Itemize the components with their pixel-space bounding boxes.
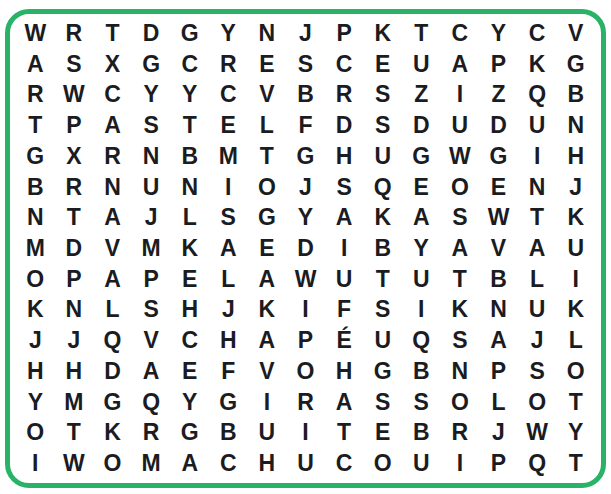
grid-cell[interactable]: J [55,325,94,356]
grid-cell[interactable]: H [556,141,595,172]
grid-cell[interactable]: E [479,172,518,203]
grid-cell[interactable]: F [325,295,364,326]
grid-cell[interactable]: V [248,356,287,387]
grid-cell[interactable]: G [170,418,209,449]
grid-cell[interactable]: C [170,325,209,356]
grid-cell[interactable]: Z [479,79,518,110]
grid-cell[interactable]: R [441,418,480,449]
grid-cell[interactable]: L [518,264,557,295]
grid-cell[interactable]: É [325,325,364,356]
grid-cell[interactable]: C [325,49,364,80]
grid-cell[interactable]: N [556,110,595,141]
grid-cell[interactable]: I [518,141,557,172]
grid-cell[interactable]: B [402,356,441,387]
grid-cell[interactable]: T [556,387,595,418]
grid-cell[interactable]: C [209,79,248,110]
grid-cell[interactable]: D [479,110,518,141]
grid-cell[interactable]: A [325,387,364,418]
grid-cell[interactable]: E [248,233,287,264]
grid-cell[interactable]: U [518,110,557,141]
grid-cell[interactable]: Q [518,448,557,479]
grid-cell[interactable]: C [518,18,557,49]
grid-cell[interactable]: G [16,141,55,172]
grid-cell[interactable]: N [55,295,94,326]
grid-cell[interactable]: G [556,49,595,80]
grid-cell[interactable]: Q [132,387,171,418]
grid-cell[interactable]: A [170,448,209,479]
grid-cell[interactable]: K [93,418,132,449]
grid-cell[interactable]: E [248,49,287,80]
grid-cell[interactable]: S [441,325,480,356]
grid-cell[interactable]: W [479,202,518,233]
grid-cell[interactable]: U [286,448,325,479]
grid-cell[interactable]: T [325,418,364,449]
grid-cell[interactable]: K [363,18,402,49]
grid-cell[interactable]: X [55,141,94,172]
grid-cell[interactable]: A [325,202,364,233]
grid-cell[interactable]: E [209,110,248,141]
grid-cell[interactable]: Y [132,79,171,110]
grid-cell[interactable]: D [402,110,441,141]
grid-cell[interactable]: S [363,79,402,110]
grid-cell[interactable]: R [55,172,94,203]
grid-cell[interactable]: W [518,418,557,449]
grid-cell[interactable]: O [286,356,325,387]
grid-cell[interactable]: J [286,172,325,203]
grid-cell[interactable]: A [248,264,287,295]
grid-cell[interactable]: J [16,325,55,356]
grid-cell[interactable]: O [248,172,287,203]
grid-cell[interactable]: Y [209,18,248,49]
grid-cell[interactable]: U [325,264,364,295]
grid-cell[interactable]: T [93,18,132,49]
grid-cell[interactable]: Q [518,79,557,110]
grid-cell[interactable]: C [93,79,132,110]
grid-cell[interactable]: M [132,448,171,479]
grid-cell[interactable]: W [55,79,94,110]
grid-cell[interactable]: R [209,49,248,80]
grid-cell[interactable]: U [556,233,595,264]
grid-cell[interactable]: N [132,141,171,172]
grid-cell[interactable]: L [170,202,209,233]
grid-cell[interactable]: J [286,18,325,49]
grid-cell[interactable]: A [209,233,248,264]
grid-cell[interactable]: O [556,356,595,387]
grid-cell[interactable]: L [93,295,132,326]
grid-cell[interactable]: I [209,172,248,203]
grid-cell[interactable]: F [209,356,248,387]
grid-cell[interactable]: K [248,295,287,326]
grid-cell[interactable]: O [16,264,55,295]
grid-cell[interactable]: T [556,448,595,479]
grid-cell[interactable]: P [479,356,518,387]
grid-cell[interactable]: I [286,295,325,326]
grid-cell[interactable]: T [363,264,402,295]
grid-cell[interactable]: A [441,233,480,264]
grid-cell[interactable]: Q [402,325,441,356]
word-search-screenshot: WRTDGYNJPKTCYCVASXGCRESCEUAPKGRWCYYCVBRS… [0,0,611,494]
grid-cell[interactable]: F [286,110,325,141]
grid-cell[interactable]: H [16,356,55,387]
board-frame: WRTDGYNJPKTCYCVASXGCRESCEUAPKGRWCYYCVBRS… [5,9,606,488]
grid-cell[interactable]: Y [556,418,595,449]
grid-cell[interactable]: T [55,202,94,233]
grid-cell[interactable]: G [209,387,248,418]
grid-cell[interactable]: L [556,325,595,356]
grid-cell[interactable]: T [55,418,94,449]
grid-cell[interactable]: I [16,448,55,479]
grid-cell[interactable]: G [170,18,209,49]
grid-cell[interactable]: C [441,18,480,49]
grid-cell[interactable]: I [248,387,287,418]
grid-cell[interactable]: W [16,18,55,49]
grid-cell[interactable]: A [93,110,132,141]
grid-cell[interactable]: U [363,325,402,356]
grid-cell[interactable]: W [441,141,480,172]
grid-cell[interactable]: K [363,202,402,233]
grid-cell[interactable]: S [132,295,171,326]
grid-cell[interactable]: U [518,295,557,326]
grid-cell[interactable]: V [556,18,595,49]
grid-cell[interactable]: G [286,141,325,172]
grid-cell[interactable]: M [132,233,171,264]
grid-cell[interactable]: M [16,233,55,264]
grid-cell[interactable]: B [402,418,441,449]
grid-cell[interactable]: Y [170,79,209,110]
grid-cell[interactable]: O [518,387,557,418]
grid-cell[interactable]: J [209,295,248,326]
grid-cell[interactable]: J [556,172,595,203]
grid-cell[interactable]: K [170,233,209,264]
grid-cell[interactable]: X [93,49,132,80]
word-search-board: WRTDGYNJPKTCYCVASXGCRESCEUAPKGRWCYYCVBRS… [16,18,595,479]
grid-cell[interactable]: J [518,325,557,356]
grid-cell[interactable]: U [363,141,402,172]
grid-cell[interactable]: B [556,79,595,110]
grid-cell[interactable]: B [286,79,325,110]
grid-cell[interactable]: C [325,448,364,479]
grid-cell[interactable]: B [209,418,248,449]
grid-cell[interactable]: A [248,325,287,356]
grid-cell[interactable]: I [402,295,441,326]
grid-cell[interactable]: K [556,202,595,233]
grid-cell[interactable]: P [55,110,94,141]
grid-cell[interactable]: R [132,418,171,449]
grid-cell[interactable]: Q [93,325,132,356]
grid-cell[interactable]: P [132,264,171,295]
grid-cell[interactable]: L [209,264,248,295]
grid-cell[interactable]: I [556,264,595,295]
grid-cell[interactable]: Y [16,387,55,418]
grid-cell[interactable]: E [170,264,209,295]
grid-cell[interactable]: B [170,141,209,172]
grid-cell[interactable]: E [363,49,402,80]
grid-cell[interactable]: R [286,387,325,418]
grid-cell[interactable]: O [16,418,55,449]
grid-cell[interactable]: Z [402,79,441,110]
grid-cell[interactable]: T [248,141,287,172]
grid-cell[interactable]: U [402,49,441,80]
grid-cell[interactable]: V [248,79,287,110]
grid-cell[interactable]: U [132,172,171,203]
grid-cell[interactable]: G [248,202,287,233]
grid-cell[interactable]: I [441,448,480,479]
grid-cell[interactable]: U [402,264,441,295]
grid-cell[interactable]: G [402,141,441,172]
grid-cell[interactable]: U [248,418,287,449]
grid-cell[interactable]: S [518,356,557,387]
grid-cell[interactable]: P [325,18,364,49]
grid-cell[interactable]: R [93,141,132,172]
grid-cell[interactable]: Q [363,172,402,203]
grid-cell[interactable]: K [518,49,557,80]
grid-cell[interactable]: K [16,295,55,326]
grid-cell[interactable]: N [248,18,287,49]
grid-cell[interactable]: A [441,49,480,80]
grid-cell[interactable]: D [325,110,364,141]
grid-cell[interactable]: W [55,448,94,479]
grid-cell[interactable]: V [93,233,132,264]
grid-cell[interactable]: D [132,18,171,49]
grid-cell[interactable]: O [363,448,402,479]
grid-cell[interactable]: S [325,172,364,203]
grid-cell[interactable]: K [441,295,480,326]
grid-cell[interactable]: S [55,49,94,80]
grid-cell[interactable]: N [479,295,518,326]
grid-cell[interactable]: M [55,387,94,418]
grid-cell[interactable]: S [363,387,402,418]
grid-cell[interactable]: N [518,172,557,203]
grid-cell[interactable]: V [479,233,518,264]
grid-cell[interactable]: P [286,325,325,356]
grid-cell[interactable]: W [286,264,325,295]
grid-cell[interactable]: E [402,172,441,203]
grid-cell[interactable]: A [16,49,55,80]
grid-cell[interactable]: D [55,233,94,264]
grid-cell[interactable]: K [556,295,595,326]
grid-cell[interactable]: N [170,172,209,203]
grid-cell[interactable]: N [16,202,55,233]
grid-cell[interactable]: H [248,448,287,479]
grid-cell[interactable]: H [55,356,94,387]
grid-cell[interactable]: O [93,448,132,479]
grid-cell[interactable]: H [209,325,248,356]
grid-cell[interactable]: S [363,295,402,326]
grid-cell[interactable]: P [479,49,518,80]
grid-cell[interactable]: S [402,387,441,418]
grid-cell[interactable]: I [325,233,364,264]
grid-cell[interactable]: O [441,387,480,418]
grid-cell[interactable]: D [93,356,132,387]
grid-cell[interactable]: T [170,110,209,141]
grid-cell[interactable]: Y [479,18,518,49]
grid-cell[interactable]: H [325,356,364,387]
grid-cell[interactable]: O [441,172,480,203]
grid-cell[interactable]: T [16,110,55,141]
grid-cell[interactable]: E [363,418,402,449]
grid-cell[interactable]: N [93,172,132,203]
grid-cell[interactable]: G [132,49,171,80]
grid-cell[interactable]: S [441,202,480,233]
grid-cell[interactable]: A [93,202,132,233]
grid-cell[interactable]: T [441,264,480,295]
grid-cell[interactable]: G [363,356,402,387]
grid-cell[interactable]: J [132,202,171,233]
grid-cell[interactable]: M [209,141,248,172]
grid-cell[interactable]: G [479,141,518,172]
grid-cell[interactable]: Y [170,387,209,418]
grid-cell[interactable]: A [402,202,441,233]
grid-cell[interactable]: A [518,233,557,264]
grid-cell[interactable]: A [132,356,171,387]
grid-cell[interactable]: U [402,448,441,479]
grid-cell[interactable]: R [325,79,364,110]
grid-cell[interactable]: V [132,325,171,356]
grid-cell[interactable]: S [363,110,402,141]
grid-cell[interactable]: A [93,264,132,295]
grid-cell[interactable]: L [479,387,518,418]
grid-cell[interactable]: B [16,172,55,203]
grid-cell[interactable]: Y [286,202,325,233]
grid-cell[interactable]: L [248,110,287,141]
grid-cell[interactable]: T [518,202,557,233]
grid-cell[interactable]: H [325,141,364,172]
grid-cell[interactable]: R [55,18,94,49]
grid-cell[interactable]: P [479,448,518,479]
grid-cell[interactable]: J [479,418,518,449]
grid-cell[interactable]: B [363,233,402,264]
grid-cell[interactable]: D [286,233,325,264]
grid-cell[interactable]: I [441,79,480,110]
grid-cell[interactable]: N [441,356,480,387]
grid-cell[interactable]: R [16,79,55,110]
grid-cell[interactable]: G [93,387,132,418]
grid-cell[interactable]: Y [402,233,441,264]
grid-cell[interactable]: S [132,110,171,141]
grid-cell[interactable]: I [286,418,325,449]
grid-cell[interactable]: E [170,356,209,387]
grid-cell[interactable]: S [286,49,325,80]
grid-cell[interactable]: H [170,295,209,326]
grid-cell[interactable]: A [479,325,518,356]
grid-cell[interactable]: T [402,18,441,49]
grid-cell[interactable]: B [479,264,518,295]
grid-cell[interactable]: P [55,264,94,295]
grid-cell[interactable]: C [209,448,248,479]
grid-cell[interactable]: S [209,202,248,233]
grid-cell[interactable]: U [441,110,480,141]
grid-cell[interactable]: C [170,49,209,80]
